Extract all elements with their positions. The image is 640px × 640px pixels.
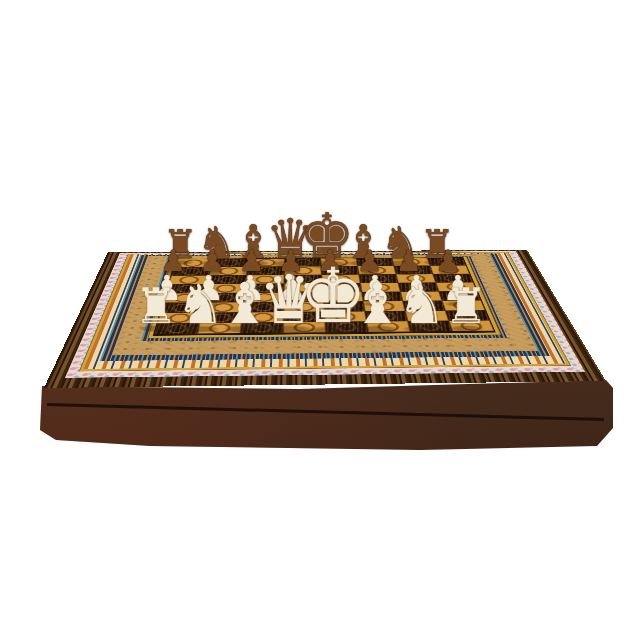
piece-white-b-f1[interactable]: ♝ xyxy=(352,275,403,332)
piece-glyph-r: ♜ xyxy=(134,282,178,331)
chess-box-scene: ♜♞♝♛♚♝♞♜♟♟♟♟♟♟♟♟♟♟♟♟♟♟♟♟♜♞♝♛♚♝♞♜ xyxy=(0,0,640,640)
piece-white-n-g1[interactable]: ♞ xyxy=(397,278,445,332)
piece-glyph-r: ♜ xyxy=(444,282,488,331)
piece-white-r-a1[interactable]: ♜ xyxy=(134,282,178,331)
piece-white-n-b1[interactable]: ♞ xyxy=(176,278,224,332)
piece-glyph-b: ♝ xyxy=(352,275,403,332)
piece-glyph-n: ♞ xyxy=(397,278,445,332)
piece-contact-shadow xyxy=(357,325,398,333)
piece-contact-shadow xyxy=(402,325,441,333)
piece-contact-shadow xyxy=(181,325,220,333)
piece-white-r-h1[interactable]: ♜ xyxy=(444,282,488,331)
piece-contact-shadow xyxy=(139,325,174,332)
piece-contact-shadow xyxy=(449,325,484,332)
piece-glyph-n: ♞ xyxy=(176,278,224,332)
